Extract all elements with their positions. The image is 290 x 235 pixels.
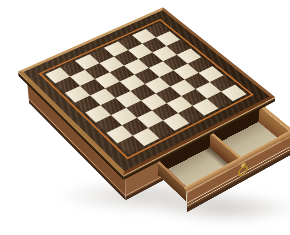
chess-box: [18, 7, 275, 175]
brass-ring-pull-icon: [237, 160, 249, 179]
ground-shadow: [150, 192, 290, 224]
pull-ring: [238, 164, 248, 178]
photo-stage: [0, 0, 290, 235]
